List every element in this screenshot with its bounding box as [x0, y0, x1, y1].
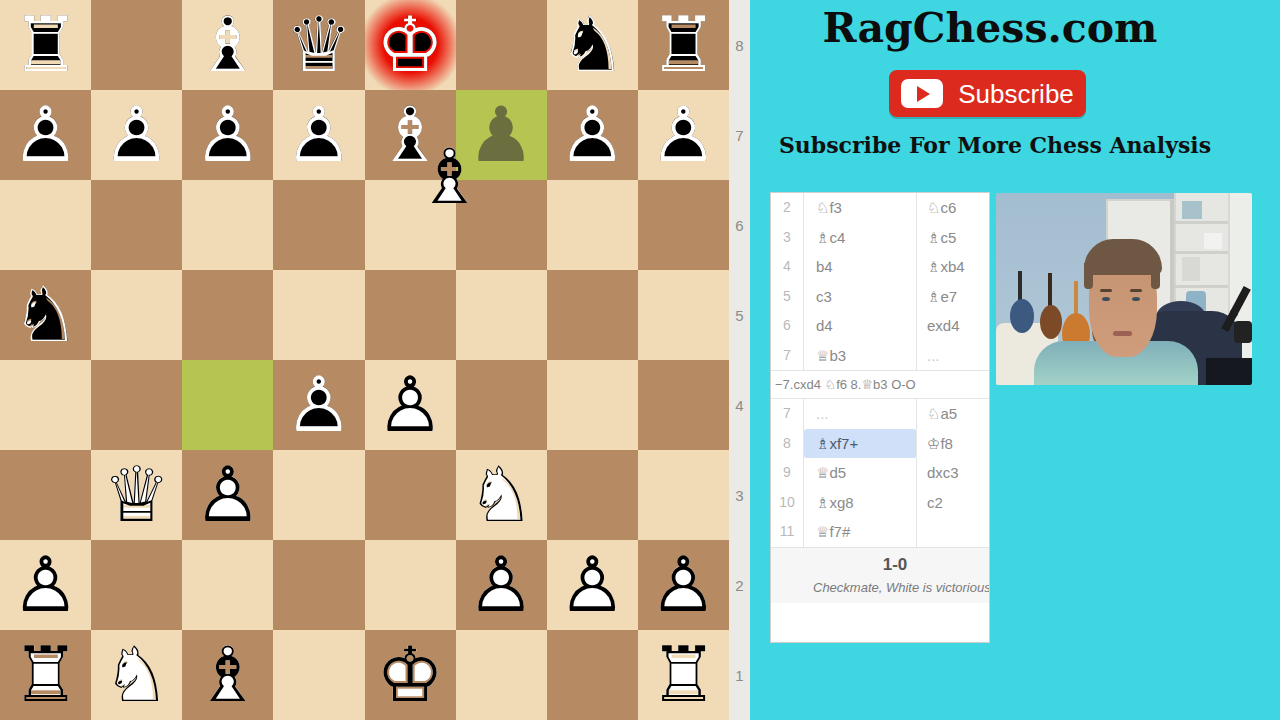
move-number: 3: [771, 223, 804, 253]
white-rook[interactable]: ♜♖: [638, 630, 729, 720]
square-d8[interactable]: ♛♕: [273, 0, 364, 90]
square-c6[interactable]: [182, 180, 273, 270]
square-g6[interactable]: [547, 180, 638, 270]
camera: [1234, 321, 1252, 343]
rank-label-7: 7: [729, 90, 750, 180]
black-move[interactable]: ♔f8: [917, 429, 989, 459]
square-a8[interactable]: ♜♖: [0, 0, 91, 90]
move-row: 9♕d5dxc3: [771, 458, 989, 488]
square-b8[interactable]: [91, 0, 182, 90]
white-move[interactable]: ♕f7#: [804, 517, 917, 547]
eye: [1132, 297, 1140, 301]
black-rook[interactable]: ♜♖: [638, 0, 729, 90]
square-f1[interactable]: [456, 630, 547, 720]
guitar: [1010, 299, 1034, 333]
move-number: 7: [771, 341, 804, 371]
square-b5[interactable]: [91, 270, 182, 360]
rank-label-1: 1: [729, 630, 750, 720]
move-number: 5: [771, 282, 804, 312]
rank-label-4: 4: [729, 360, 750, 450]
site-title: RagChess.com: [750, 4, 1230, 53]
white-move[interactable]: ♕b3: [804, 341, 917, 371]
white-bishop[interactable]: ♝♗: [404, 132, 495, 222]
square-c3[interactable]: ♟♙: [182, 450, 273, 540]
mouth: [1113, 331, 1132, 336]
white-rook[interactable]: ♜♖: [0, 630, 91, 720]
square-h6[interactable]: [638, 180, 729, 270]
square-d4[interactable]: ♟♙: [273, 360, 364, 450]
black-pawn[interactable]: ♟♙: [182, 90, 273, 180]
shelf-box: [1182, 257, 1200, 281]
square-g7[interactable]: ♟♙: [547, 90, 638, 180]
black-knight[interactable]: ♞♘: [547, 0, 638, 90]
webcam-video: [996, 193, 1252, 385]
rank-label-5: 5: [729, 270, 750, 360]
move-row: 7...♘a5: [771, 399, 989, 429]
white-move-selected[interactable]: ♗xf7+: [804, 429, 917, 459]
square-d2[interactable]: [273, 540, 364, 630]
black-pawn[interactable]: ♟♙: [91, 90, 182, 180]
square-g3[interactable]: [547, 450, 638, 540]
square-e2[interactable]: [365, 540, 456, 630]
square-f4[interactable]: [456, 360, 547, 450]
variation-line[interactable]: −7.cxd4 ♘f6 8.♕b3 O-O: [771, 370, 989, 399]
square-a3[interactable]: [0, 450, 91, 540]
white-pawn[interactable]: ♟♙: [365, 360, 456, 450]
white-pawn[interactable]: ♟♙: [0, 540, 91, 630]
square-e4[interactable]: ♟♙: [365, 360, 456, 450]
black-move[interactable]: ♘c6: [917, 193, 989, 223]
black-move[interactable]: ♗e7: [917, 282, 989, 312]
square-g1[interactable]: [547, 630, 638, 720]
black-move[interactable]: [917, 517, 989, 547]
white-move[interactable]: b4: [804, 252, 917, 282]
guitar-neck: [1048, 273, 1052, 309]
square-d6[interactable]: [273, 180, 364, 270]
square-g8[interactable]: ♞♘: [547, 0, 638, 90]
black-knight[interactable]: ♞♘: [0, 270, 91, 360]
chess-board[interactable]: ♜♖♝♗♛♕♚♔♞♘♜♖♟♙♟♙♟♙♟♙♝♗♟♟♙♟♙♞♘♟♙♟♙♛♕♟♙♞♘♟…: [0, 0, 729, 720]
black-move[interactable]: ♘a5: [917, 399, 989, 429]
move-row: 4b4♗xb4: [771, 252, 989, 282]
square-a7[interactable]: ♟♙: [0, 90, 91, 180]
white-move[interactable]: ...: [804, 399, 917, 429]
youtube-play-icon: [901, 79, 943, 108]
move-table-main: 2♘f3♘c63♗c4♗c54b4♗xb45c3♗e76d4exd47♕b3..…: [771, 193, 989, 370]
black-move[interactable]: ...: [917, 341, 989, 371]
square-a1[interactable]: ♜♖: [0, 630, 91, 720]
result-band: 1-0 Checkmate, White is victorious: [771, 547, 989, 603]
black-move[interactable]: c2: [917, 488, 989, 518]
black-move[interactable]: exd4: [917, 311, 989, 341]
square-c2[interactable]: [182, 540, 273, 630]
square-d7[interactable]: ♟♙: [273, 90, 364, 180]
move-number: 6: [771, 311, 804, 341]
move-number: 8: [771, 429, 804, 459]
white-queen[interactable]: ♛♕: [91, 450, 182, 540]
move-row: 6d4exd4: [771, 311, 989, 341]
square-h2[interactable]: ♟♙: [638, 540, 729, 630]
eyebrow: [1130, 289, 1142, 292]
rank-label-6: 6: [729, 180, 750, 270]
white-move[interactable]: ♗xg8: [804, 488, 917, 518]
square-g4[interactable]: [547, 360, 638, 450]
rank-labels: 87654321: [729, 0, 750, 720]
right-panel: RagChess.com Subscribe Subscribe For Mor…: [750, 0, 1280, 720]
presenter-hair: [1084, 263, 1093, 289]
black-bag: [1206, 358, 1252, 385]
move-row: 8♗xf7+♔f8: [771, 429, 989, 459]
black-pawn[interactable]: ♟♙: [273, 360, 364, 450]
square-b2[interactable]: [91, 540, 182, 630]
white-move[interactable]: ♘f3: [804, 193, 917, 223]
play-triangle-icon: [917, 86, 930, 102]
square-e3[interactable]: [365, 450, 456, 540]
black-rook[interactable]: ♜♖: [0, 0, 91, 90]
square-a2[interactable]: ♟♙: [0, 540, 91, 630]
white-knight[interactable]: ♞♘: [456, 450, 547, 540]
square-h5[interactable]: [638, 270, 729, 360]
move-table-variation: 7...♘a58♗xf7+♔f89♕d5dxc310♗xg8c211♕f7#: [771, 399, 989, 547]
rank-label-2: 2: [729, 540, 750, 630]
square-f2[interactable]: ♟♙: [456, 540, 547, 630]
white-pawn[interactable]: ♟♙: [547, 540, 638, 630]
white-king[interactable]: ♚♔: [365, 630, 456, 720]
black-bishop[interactable]: ♝♗: [182, 0, 273, 90]
white-move[interactable]: c3: [804, 282, 917, 312]
subscribe-button[interactable]: Subscribe: [889, 70, 1086, 117]
white-move[interactable]: ♕d5: [804, 458, 917, 488]
square-e1[interactable]: ♚♔: [365, 630, 456, 720]
square-b6[interactable]: [91, 180, 182, 270]
move-row: 5c3♗e7: [771, 282, 989, 312]
move-row: 3♗c4♗c5: [771, 223, 989, 253]
black-pawn[interactable]: ♟♙: [0, 90, 91, 180]
square-c8[interactable]: ♝♗: [182, 0, 273, 90]
black-move[interactable]: dxc3: [917, 458, 989, 488]
square-h8[interactable]: ♜♖: [638, 0, 729, 90]
rank-label-8: 8: [729, 0, 750, 90]
move-number: 4: [771, 252, 804, 282]
move-row: 7♕b3...: [771, 341, 989, 371]
move-number: 10: [771, 488, 804, 518]
eyebrow: [1100, 289, 1112, 292]
shelf: [1174, 285, 1228, 288]
square-d5[interactable]: [273, 270, 364, 360]
result-note: Checkmate, White is victorious: [771, 580, 989, 596]
square-b4[interactable]: [91, 360, 182, 450]
white-knight[interactable]: ♞♘: [91, 630, 182, 720]
square-e8[interactable]: ♚♔: [365, 0, 456, 90]
black-queen[interactable]: ♛♕: [273, 0, 364, 90]
game-result: 1-0: [771, 555, 989, 575]
square-h3[interactable]: [638, 450, 729, 540]
guitar: [1040, 305, 1062, 339]
white-move[interactable]: d4: [804, 311, 917, 341]
black-king[interactable]: ♚♔: [365, 0, 456, 90]
guitar-neck: [1074, 281, 1078, 317]
black-pawn[interactable]: ♟♙: [547, 90, 638, 180]
eye: [1102, 297, 1110, 301]
square-h4[interactable]: [638, 360, 729, 450]
square-c7[interactable]: ♟♙: [182, 90, 273, 180]
black-move[interactable]: ♗xb4: [917, 252, 989, 282]
square-c1[interactable]: ♝♗: [182, 630, 273, 720]
white-pawn[interactable]: ♟♙: [456, 540, 547, 630]
move-row: 11♕f7#: [771, 517, 989, 547]
shelf: [1174, 221, 1228, 224]
square-d1[interactable]: [273, 630, 364, 720]
white-pawn[interactable]: ♟♙: [638, 540, 729, 630]
rank-label-3: 3: [729, 450, 750, 540]
square-e5[interactable]: [365, 270, 456, 360]
black-move[interactable]: ♗c5: [917, 223, 989, 253]
square-f8[interactable]: [456, 0, 547, 90]
shelf: [1174, 251, 1228, 254]
square-f3[interactable]: ♞♘: [456, 450, 547, 540]
move-list-panel: 2♘f3♘c63♗c4♗c54b4♗xb45c3♗e76d4exd47♕b3..…: [770, 192, 990, 643]
square-g2[interactable]: ♟♙: [547, 540, 638, 630]
square-b1[interactable]: ♞♘: [91, 630, 182, 720]
shelf-box: [1204, 233, 1222, 249]
move-number: 9: [771, 458, 804, 488]
square-h7[interactable]: ♟♙: [638, 90, 729, 180]
shelf-box: [1182, 201, 1202, 219]
tagline: Subscribe For More Chess Analysis: [750, 131, 1240, 160]
white-pawn[interactable]: ♟♙: [182, 450, 273, 540]
move-number: 11: [771, 517, 804, 547]
white-bishop[interactable]: ♝♗: [182, 630, 273, 720]
square-f5[interactable]: [456, 270, 547, 360]
presenter-hair: [1151, 263, 1160, 289]
move-row: 2♘f3♘c6: [771, 193, 989, 223]
subscribe-label: Subscribe: [958, 81, 1074, 107]
square-a4[interactable]: [0, 360, 91, 450]
move-number: 7: [771, 399, 804, 429]
square-d3[interactable]: [273, 450, 364, 540]
square-b3[interactable]: ♛♕: [91, 450, 182, 540]
move-number: 2: [771, 193, 804, 223]
square-a6[interactable]: [0, 180, 91, 270]
black-pawn[interactable]: ♟♙: [273, 90, 364, 180]
black-pawn[interactable]: ♟♙: [638, 90, 729, 180]
square-b7[interactable]: ♟♙: [91, 90, 182, 180]
square-g5[interactable]: [547, 270, 638, 360]
square-h1[interactable]: ♜♖: [638, 630, 729, 720]
white-move[interactable]: ♗c4: [804, 223, 917, 253]
square-a5[interactable]: ♞♘: [0, 270, 91, 360]
move-row: 10♗xg8c2: [771, 488, 989, 518]
square-c5[interactable]: [182, 270, 273, 360]
square-c4[interactable]: [182, 360, 273, 450]
